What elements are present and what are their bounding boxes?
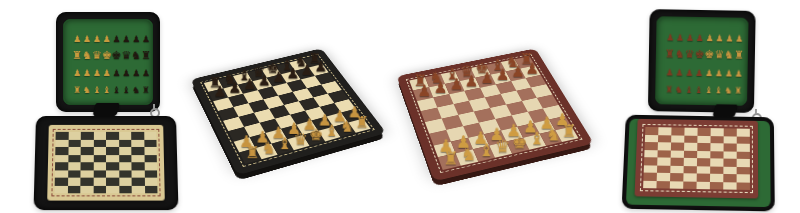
board-square	[55, 185, 68, 193]
board-square	[106, 185, 119, 193]
chess-piece: ♜	[442, 150, 460, 167]
rosewood-chessboard-set-up: ♜♞♝♛♚♝♞♜♟♟♟♟♟♟♟♟♟♟♟♟♟♟♟♟♜♞♝♛♚♝♞♜	[386, 28, 594, 188]
stored-piece: ♟	[132, 35, 140, 44]
chess-piece: ♟	[524, 61, 540, 76]
board-square	[93, 162, 106, 170]
stored-piece: ♝	[112, 86, 120, 95]
stored-piece: ♚	[112, 50, 122, 61]
board-square	[68, 147, 81, 155]
stored-piece: ♝	[122, 86, 130, 95]
board-square	[55, 155, 68, 163]
chess-piece: ♟	[212, 85, 228, 100]
stored-piece: ♝	[93, 86, 101, 95]
product-photo-canvas: ♟♟♟♟♟♟♟♟♜♞♛♚♚♛♞♜♟♟♟♟♟♟♟♟♜♞♝♝♝♝♞♜ ♜♞♝♛♚♝♞…	[0, 0, 800, 213]
chess-piece: ♟	[285, 67, 300, 81]
board-square	[81, 132, 94, 140]
stored-piece: ♛	[121, 50, 131, 61]
board-square	[55, 170, 68, 178]
stored-piece: ♟	[666, 33, 674, 42]
stored-piece: ♟	[73, 35, 81, 44]
board-square	[93, 170, 106, 178]
chess-piece: ♞	[459, 146, 477, 163]
board-square	[119, 162, 132, 170]
board-square	[144, 178, 157, 186]
chess-piece: ♟	[479, 70, 495, 85]
board-square	[119, 132, 132, 140]
stored-piece: ♟	[112, 35, 120, 44]
stored-piece: ♞	[675, 49, 685, 60]
chess-piece: ♛	[494, 138, 512, 155]
green-felt-panel: ♟♟♟♟♟♟♟♟♜♞♛♚♚♛♞♜♟♟♟♟♟♟♟♟♜♞♝♝♝♝♞♜	[63, 19, 153, 105]
stored-piece: ♟	[665, 68, 673, 77]
stored-piece: ♟	[725, 34, 733, 43]
chess-piece: ♟	[509, 64, 525, 79]
case-top-flap: ♟♟♟♟♟♟♟♟♜♞♛♚♚♛♞♜♟♟♟♟♟♟♟♟♜♞♝♝♝♝♞♜	[56, 12, 160, 112]
chess-piece: ♜	[244, 145, 261, 161]
chess-piece: ♟	[494, 67, 510, 82]
board-square: ♜	[239, 148, 261, 164]
board-square	[132, 170, 145, 178]
chess-piece: ♝	[477, 142, 495, 159]
travel-chess-case-maroon: ♟♟♟♟♟♟♟♟♜♞♛♚♚♛♞♜♟♟♟♟♟♟♟♟♜♞♝♝♝♝♞♜	[620, 5, 780, 210]
closure-tab	[92, 103, 119, 117]
board-square	[643, 180, 657, 188]
stored-piece: ♟	[705, 69, 713, 78]
chess-piece: ♜	[354, 115, 371, 131]
board-square	[93, 147, 106, 155]
board-square	[80, 185, 93, 193]
board-square	[55, 162, 68, 170]
board-square	[657, 165, 670, 173]
board-square	[56, 132, 69, 140]
stored-piece: ♟	[735, 34, 743, 43]
stored-piece: ♟	[695, 68, 703, 77]
stored-piece: ♜	[665, 85, 673, 94]
chessboard: ♜♞♝♛♚♝♞♜♟♟♟♟♟♟♟♟♟♟♟♟♟♟♟♟♜♞♝♛♚♝♞♜	[204, 56, 371, 164]
stored-piece: ♞	[724, 49, 734, 60]
stored-piece: ♟	[122, 69, 130, 78]
stored-piece: ♛	[714, 49, 724, 60]
stored-piece: ♟	[685, 68, 693, 77]
board-square	[643, 173, 657, 181]
board-square	[81, 147, 94, 155]
board-square	[131, 132, 144, 140]
board-square	[119, 170, 132, 178]
ebony-chessboard-set-up: ♜♞♝♛♚♝♞♜♟♟♟♟♟♟♟♟♟♟♟♟♟♟♟♟♜♞♝♛♚♝♞♜	[184, 30, 384, 180]
board-square	[644, 157, 657, 165]
board-square	[81, 139, 94, 147]
case-bottom-flap	[34, 116, 179, 210]
green-felt-panel: ♟♟♟♟♟♟♟♟♜♞♛♚♚♛♞♜♟♟♟♟♟♟♟♟♜♞♝♝♝♝♞♜	[655, 16, 749, 106]
board-square	[68, 155, 81, 163]
board-square	[657, 173, 671, 181]
board-square	[710, 181, 723, 189]
stored-piece: ♟	[696, 33, 704, 42]
chess-piece: ♛	[292, 132, 309, 148]
stored-piece: ♟	[686, 33, 694, 42]
stored-piece: ♟	[73, 69, 81, 78]
board-frame	[47, 125, 165, 201]
board-square	[723, 182, 736, 190]
board-square	[144, 185, 157, 193]
board-square	[144, 139, 157, 147]
stored-piece: ♞	[132, 86, 140, 95]
board-square	[68, 162, 81, 170]
board-square	[144, 170, 157, 178]
board-square	[131, 139, 144, 147]
stored-piece: ♟	[715, 34, 723, 43]
board-square	[144, 155, 157, 163]
stored-piece: ♟	[132, 69, 140, 78]
board-square	[93, 132, 106, 140]
stored-piece: ♞	[675, 86, 683, 95]
stored-piece: ♛	[685, 49, 695, 60]
board-square	[106, 170, 119, 178]
board-square	[683, 181, 696, 189]
chess-piece: ♚	[511, 135, 529, 152]
board-square	[697, 181, 710, 189]
board-square	[670, 181, 684, 189]
stored-piece: ♟	[735, 69, 743, 78]
chessboard	[55, 132, 158, 193]
chess-piece: ♞	[544, 127, 562, 144]
board-square	[93, 185, 106, 193]
chess-piece: ♟	[299, 63, 314, 77]
board-square	[55, 178, 68, 186]
stored-piece: ♞	[83, 86, 91, 95]
board-square	[106, 155, 119, 163]
stored-piece: ♟	[142, 69, 150, 78]
stored-piece: ♞	[131, 50, 141, 61]
board-square	[119, 178, 132, 186]
board-square	[67, 185, 80, 193]
stored-piece: ♟	[725, 69, 733, 78]
stored-piece: ♟	[93, 35, 101, 44]
stored-piece: ♟	[112, 69, 120, 78]
board-square	[710, 166, 723, 174]
chess-piece: ♝	[323, 123, 340, 139]
board-square	[131, 147, 144, 155]
board-square	[119, 139, 132, 147]
stored-piece: ♛	[92, 50, 102, 61]
stored-piece: ♜	[72, 50, 82, 61]
board-frame: ♜♞♝♛♚♝♞♜♟♟♟♟♟♟♟♟♟♟♟♟♟♟♟♟♜♞♝♛♚♝♞♜	[397, 48, 594, 181]
stored-piece: ♝	[714, 86, 722, 95]
board-square	[656, 181, 670, 189]
board-square	[106, 132, 119, 140]
case-top-flap: ♟♟♟♟♟♟♟♟♜♞♛♚♚♛♞♜♟♟♟♟♟♟♟♟♜♞♝♝♝♝♞♜	[648, 9, 756, 113]
board-square	[737, 182, 750, 190]
stored-piece: ♝	[685, 86, 693, 95]
stored-piece: ♟	[142, 35, 150, 44]
case-bottom-flap	[622, 115, 775, 212]
chess-piece: ♟	[227, 81, 243, 96]
stored-piece: ♚	[102, 50, 112, 61]
board-square	[144, 147, 157, 155]
piece-storage-grid: ♟♟♟♟♟♟♟♟♜♞♛♚♚♛♞♜♟♟♟♟♟♟♟♟♜♞♝♝♝♝♞♜	[72, 27, 144, 95]
board-square	[144, 132, 157, 140]
chess-piece: ♟	[257, 74, 273, 89]
board-square	[697, 173, 710, 181]
stored-piece: ♟	[715, 69, 723, 78]
stored-piece: ♞	[82, 50, 92, 61]
chess-piece: ♟	[448, 77, 464, 93]
board-frame	[635, 119, 759, 199]
board-square	[106, 139, 119, 147]
board-square	[119, 147, 132, 155]
stored-piece: ♟	[93, 69, 101, 78]
board-square	[68, 132, 81, 140]
chess-piece: ♞	[339, 119, 356, 135]
board-square	[683, 173, 696, 181]
stored-piece: ♜	[73, 86, 81, 95]
board-square	[55, 147, 68, 155]
board-square	[723, 166, 736, 174]
board-square	[710, 174, 723, 182]
chess-piece: ♟	[242, 77, 258, 92]
chess-piece: ♝	[528, 131, 546, 148]
board-square	[93, 139, 106, 147]
board-square	[119, 185, 132, 193]
board-square	[55, 139, 68, 147]
stored-piece: ♟	[675, 68, 683, 77]
board-frame: ♜♞♝♛♚♝♞♜♟♟♟♟♟♟♟♟♟♟♟♟♟♟♟♟♜♞♝♛♚♝♞♜	[191, 48, 387, 175]
stored-piece: ♟	[103, 35, 111, 44]
stored-piece: ♜	[665, 48, 675, 59]
board-square	[93, 178, 106, 186]
stored-piece: ♚	[694, 49, 704, 60]
board-square	[68, 170, 81, 178]
board-square	[697, 166, 710, 174]
stored-piece: ♝	[103, 86, 111, 95]
board-square	[80, 178, 93, 186]
stored-piece: ♜	[142, 86, 150, 95]
chess-piece: ♟	[432, 80, 448, 96]
chessboard: ♜♞♝♛♚♝♞♜♟♟♟♟♟♟♟♟♟♟♟♟♟♟♟♟♜♞♝♛♚♝♞♜	[409, 56, 578, 170]
board-square	[80, 162, 93, 170]
board-square	[644, 165, 658, 173]
board-square	[131, 155, 144, 163]
stored-piece: ♜	[734, 50, 744, 61]
board-square	[106, 178, 119, 186]
stored-piece: ♝	[705, 86, 713, 95]
chess-piece: ♜	[561, 123, 579, 140]
stored-piece: ♟	[676, 33, 684, 42]
board-square	[670, 173, 683, 181]
stored-piece: ♟	[103, 69, 111, 78]
board-square	[737, 174, 750, 182]
board-square	[131, 162, 144, 170]
chess-piece: ♚	[308, 128, 325, 144]
board-square	[697, 158, 710, 166]
board-square	[737, 166, 750, 174]
chess-piece: ♟	[313, 60, 328, 74]
board-square: ♜	[438, 153, 460, 170]
board-square	[68, 139, 81, 147]
piece-storage-grid: ♟♟♟♟♟♟♟♟♜♞♛♚♚♛♞♜♟♟♟♟♟♟♟♟♜♞♝♝♝♝♞♜	[664, 24, 739, 95]
board-square	[93, 155, 106, 163]
board-square	[132, 178, 145, 186]
board-square	[144, 162, 157, 170]
stored-piece: ♜	[734, 87, 742, 96]
stored-piece: ♜	[141, 50, 151, 61]
board-square	[68, 178, 81, 186]
chess-piece: ♟	[271, 70, 286, 84]
stored-piece: ♟	[706, 34, 714, 43]
board-square	[106, 147, 119, 155]
board-square	[132, 185, 145, 193]
board-square	[80, 170, 93, 178]
chess-piece: ♝	[276, 136, 293, 152]
chess-piece: ♟	[463, 74, 479, 89]
chess-piece: ♟	[416, 83, 432, 99]
board-square	[106, 162, 119, 170]
board-square	[81, 155, 94, 163]
stored-piece: ♟	[122, 35, 130, 44]
chess-piece: ♞	[260, 141, 277, 157]
travel-chess-case-black: ♟♟♟♟♟♟♟♟♜♞♛♚♚♛♞♜♟♟♟♟♟♟♟♟♜♞♝♝♝♝♞♜	[36, 8, 178, 208]
stored-piece: ♝	[695, 86, 703, 95]
stored-piece: ♞	[724, 86, 732, 95]
board-square	[723, 174, 736, 182]
stored-piece: ♟	[83, 69, 91, 78]
stored-piece: ♟	[83, 35, 91, 44]
board-square	[119, 155, 132, 163]
chessboard	[643, 127, 750, 190]
